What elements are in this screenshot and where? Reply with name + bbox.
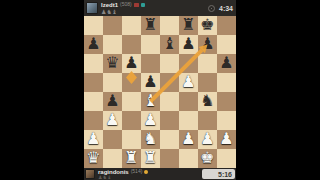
top-player-name[interactable]: Izedt1 xyxy=(101,2,118,8)
square-e8[interactable] xyxy=(160,16,179,35)
square-c3[interactable] xyxy=(122,111,141,130)
square-a4[interactable] xyxy=(84,92,103,111)
square-g4[interactable]: ♞ xyxy=(198,92,217,111)
bottom-player-avatar[interactable] xyxy=(85,169,95,179)
square-d4[interactable]: ♝ xyxy=(141,92,160,111)
white-rook: ♜ xyxy=(141,149,160,168)
square-c4[interactable] xyxy=(122,92,141,111)
square-g8[interactable]: ♚ xyxy=(198,16,217,35)
square-c2[interactable] xyxy=(122,130,141,149)
square-b6[interactable]: ♛ xyxy=(103,54,122,73)
square-f8[interactable]: ♜ xyxy=(179,16,198,35)
square-h8[interactable] xyxy=(217,16,236,35)
square-b7[interactable] xyxy=(103,35,122,54)
chess-board[interactable]: ♜♜♚♟♝♟♟♛♟♟♟♟♟♝♞♟♟♟♞♟♟♟♛♜♜♚ xyxy=(84,16,236,168)
white-pawn: ♟ xyxy=(217,130,236,149)
square-d2[interactable]: ♞ xyxy=(141,130,160,149)
square-d6[interactable] xyxy=(141,54,160,73)
black-pawn: ♟ xyxy=(84,35,103,54)
square-e3[interactable] xyxy=(160,111,179,130)
square-h5[interactable] xyxy=(217,73,236,92)
square-e7[interactable]: ♝ xyxy=(160,35,179,54)
square-e2[interactable] xyxy=(160,130,179,149)
square-c5[interactable] xyxy=(122,73,141,92)
black-pawn: ♟ xyxy=(103,92,122,111)
black-pawn: ♟ xyxy=(179,35,198,54)
white-pawn: ♟ xyxy=(84,130,103,149)
white-pawn: ♟ xyxy=(141,111,160,130)
white-knight: ♞ xyxy=(141,130,160,149)
square-b2[interactable] xyxy=(103,130,122,149)
black-bishop: ♝ xyxy=(160,35,179,54)
chess-game-panel: Izedt1 (508) ♟♞♝ 4:34 ♜♜♚♟♝♟♟♛♟♟♟♟♟♝♞♟♟♟… xyxy=(84,0,236,180)
square-b1[interactable] xyxy=(103,149,122,168)
square-b3[interactable]: ♟ xyxy=(103,111,122,130)
timer-icon[interactable] xyxy=(208,5,215,12)
square-g1[interactable]: ♚ xyxy=(198,149,217,168)
square-e4[interactable] xyxy=(160,92,179,111)
bottom-player-info: ragindonis (514) ♟♞♝ xyxy=(98,169,148,180)
white-bishop: ♝ xyxy=(141,92,160,111)
square-e5[interactable] xyxy=(160,73,179,92)
bottom-clock-active-box: 5:16 xyxy=(202,169,235,179)
flair-icon xyxy=(144,170,148,174)
square-f5[interactable]: ♟ xyxy=(179,73,198,92)
square-g2[interactable]: ♟ xyxy=(198,130,217,149)
square-a7[interactable]: ♟ xyxy=(84,35,103,54)
square-b5[interactable] xyxy=(103,73,122,92)
square-f3[interactable] xyxy=(179,111,198,130)
white-rook: ♜ xyxy=(122,149,141,168)
square-b4[interactable]: ♟ xyxy=(103,92,122,111)
square-h2[interactable]: ♟ xyxy=(217,130,236,149)
square-f2[interactable]: ♟ xyxy=(179,130,198,149)
white-pawn: ♟ xyxy=(179,130,198,149)
square-d1[interactable]: ♜ xyxy=(141,149,160,168)
white-king: ♚ xyxy=(198,149,217,168)
white-pawn: ♟ xyxy=(198,130,217,149)
bottom-player-bar: ragindonis (514) ♟♞♝ 5:16 xyxy=(84,168,236,180)
bottom-captured-pieces: ♟♞♝ xyxy=(98,175,148,180)
black-pawn: ♟ xyxy=(122,54,141,73)
top-player-clock: 4:34 xyxy=(219,5,233,12)
square-d8[interactable]: ♜ xyxy=(141,16,160,35)
square-a8[interactable] xyxy=(84,16,103,35)
square-g5[interactable] xyxy=(198,73,217,92)
square-g6[interactable] xyxy=(198,54,217,73)
square-e1[interactable] xyxy=(160,149,179,168)
black-king: ♚ xyxy=(198,16,217,35)
square-f4[interactable] xyxy=(179,92,198,111)
bottom-player-clock: 5:16 xyxy=(218,171,232,178)
square-c6[interactable]: ♟ xyxy=(122,54,141,73)
square-a5[interactable] xyxy=(84,73,103,92)
black-pawn: ♟ xyxy=(198,35,217,54)
square-d5[interactable]: ♟ xyxy=(141,73,160,92)
square-b8[interactable] xyxy=(103,16,122,35)
square-f1[interactable] xyxy=(179,149,198,168)
black-rook: ♜ xyxy=(141,16,160,35)
black-pawn: ♟ xyxy=(217,54,236,73)
square-c8[interactable] xyxy=(122,16,141,35)
black-queen: ♛ xyxy=(103,54,122,73)
square-a6[interactable] xyxy=(84,54,103,73)
square-f6[interactable] xyxy=(179,54,198,73)
country-flag-icon xyxy=(134,3,139,7)
black-knight: ♞ xyxy=(198,92,217,111)
league-badge-icon xyxy=(141,3,145,7)
square-g3[interactable] xyxy=(198,111,217,130)
square-c7[interactable] xyxy=(122,35,141,54)
white-queen: ♛ xyxy=(84,149,103,168)
app-background: Izedt1 (508) ♟♞♝ 4:34 ♜♜♚♟♝♟♟♛♟♟♟♟♟♝♞♟♟♟… xyxy=(0,0,320,180)
white-pawn: ♟ xyxy=(103,111,122,130)
square-d7[interactable] xyxy=(141,35,160,54)
top-player-info: Izedt1 (508) ♟♞♝ xyxy=(101,2,145,15)
square-h3[interactable] xyxy=(217,111,236,130)
square-e6[interactable] xyxy=(160,54,179,73)
square-h1[interactable] xyxy=(217,149,236,168)
square-h4[interactable] xyxy=(217,92,236,111)
black-rook: ♜ xyxy=(179,16,198,35)
square-a1[interactable]: ♛ xyxy=(84,149,103,168)
square-a3[interactable] xyxy=(84,111,103,130)
top-player-rating: (508) xyxy=(120,2,132,7)
top-player-bar: Izedt1 (508) ♟♞♝ 4:34 xyxy=(84,0,236,16)
square-f7[interactable]: ♟ xyxy=(179,35,198,54)
white-pawn: ♟ xyxy=(179,73,198,92)
bottom-player-rating: (514) xyxy=(131,169,143,174)
top-captured-pieces: ♟♞♝ xyxy=(101,9,145,15)
black-pawn: ♟ xyxy=(141,73,160,92)
square-a2[interactable]: ♟ xyxy=(84,130,103,149)
square-d3[interactable]: ♟ xyxy=(141,111,160,130)
top-player-avatar[interactable] xyxy=(86,2,98,14)
square-g7[interactable]: ♟ xyxy=(198,35,217,54)
square-c1[interactable]: ♜ xyxy=(122,149,141,168)
square-h6[interactable]: ♟ xyxy=(217,54,236,73)
square-h7[interactable] xyxy=(217,35,236,54)
